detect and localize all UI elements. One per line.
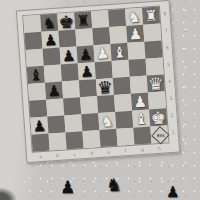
square-g1 (133, 126, 151, 144)
square-b4: ♟ (45, 82, 63, 100)
square-h5 (146, 57, 164, 75)
square-d8: ♜ (74, 11, 92, 29)
square-b8: ♞ (40, 14, 58, 32)
square-h6 (144, 40, 162, 58)
square-f1 (116, 128, 134, 146)
square-e2: ♞ (98, 112, 116, 130)
piece-white-pawn: ♟ (94, 46, 112, 61)
square-c4 (62, 80, 80, 98)
rank-label-5: 5 (164, 56, 172, 73)
rank-label-8: 8 (161, 5, 169, 22)
square-d5: ♟ (78, 62, 96, 80)
square-b2 (47, 115, 65, 133)
square-f6: ♝ (110, 43, 128, 61)
square-e4: ♛ (96, 78, 114, 96)
square-f7 (109, 26, 127, 44)
captured-black-pawn: ♟ (166, 185, 179, 200)
square-b5 (44, 65, 62, 83)
piece-black-pawn: ♟ (45, 84, 63, 99)
square-g2: ♝ (132, 110, 150, 128)
piece-black-king: ♚ (57, 14, 75, 29)
square-a8 (23, 15, 41, 33)
square-e1 (99, 129, 117, 147)
rank-label-6: 6 (163, 39, 171, 56)
piece-black-pawn: ♟ (42, 33, 60, 48)
piece-white-bishop: ♝ (111, 45, 129, 60)
square-c5 (61, 63, 79, 81)
piece-white-knight: ♞ (125, 10, 143, 25)
square-d4 (79, 79, 97, 97)
square-f2 (115, 111, 133, 129)
piece-black-queen: ♛ (96, 80, 114, 95)
shadow-smudge (0, 188, 16, 200)
board-maker-diamond-logo: ♜♛♝ (151, 126, 169, 144)
square-h1: ♜♛♝ (150, 125, 168, 143)
square-g5 (129, 59, 147, 77)
square-e5 (95, 61, 113, 79)
square-a7 (24, 32, 42, 50)
square-f3 (114, 94, 132, 112)
file-label-a: a (32, 153, 49, 161)
square-h7 (143, 24, 161, 42)
square-g6 (127, 42, 145, 60)
file-label-e: e (100, 148, 117, 156)
square-a4 (28, 83, 46, 101)
square-a3 (29, 100, 47, 118)
piece-white-pawn: ♟ (131, 95, 149, 110)
rank-label-3: 3 (167, 90, 175, 107)
piece-black-bishop: ♝ (27, 68, 45, 83)
piece-black-knight: ♞ (40, 16, 58, 31)
square-e7 (92, 27, 110, 45)
piece-white-rook: ♜ (142, 9, 160, 24)
square-a6 (26, 49, 44, 67)
chess-board: ♞♚♜♞♜♟♟♟♟♟♝♝♟♟♛♛♟♟♞♝♚♜♛♝ abcdefgh 876543… (16, 0, 180, 163)
photo-canvas: ♞♚♜♞♜♟♟♟♟♟♝♝♟♟♛♛♟♟♞♝♚♜♛♝ abcdefgh 876543… (0, 0, 200, 200)
rank-label-1: 1 (169, 124, 177, 141)
piece-black-pawn: ♟ (78, 64, 96, 79)
square-h8: ♜ (142, 7, 160, 25)
square-c7 (58, 29, 76, 47)
piece-black-pawn: ♟ (60, 48, 78, 63)
board-grid: ♞♚♜♞♜♟♟♟♟♟♝♝♟♟♛♛♟♟♞♝♚♜♛♝ (22, 6, 169, 153)
file-label-d: d (83, 149, 100, 157)
rank-label-7: 7 (162, 22, 170, 39)
square-c8: ♚ (57, 12, 75, 30)
file-label-b: b (49, 151, 66, 159)
piece-white-pawn: ♟ (126, 27, 144, 42)
square-d3 (80, 96, 98, 114)
piece-white-knight: ♞ (98, 114, 116, 129)
vinyl-board-mat: ♞♚♜♞♜♟♟♟♟♟♝♝♟♟♛♛♟♟♞♝♚♜♛♝ abcdefgh 876543… (16, 0, 180, 163)
file-label-g: g (134, 145, 151, 153)
square-d2 (81, 113, 99, 131)
square-f8 (108, 9, 126, 27)
square-c2 (64, 114, 82, 132)
square-a5: ♝ (27, 66, 45, 84)
square-c3 (63, 97, 81, 115)
square-b3 (46, 98, 64, 116)
piece-black-pawn: ♟ (77, 47, 95, 62)
piece-white-bishop: ♝ (132, 112, 150, 127)
square-g3: ♟ (131, 93, 149, 111)
square-a2: ♟ (30, 117, 48, 135)
square-d7 (75, 28, 93, 46)
square-d1 (82, 130, 100, 148)
square-g4 (130, 76, 148, 94)
file-label-h: h (151, 144, 168, 152)
square-h2: ♚ (149, 108, 167, 126)
square-b7: ♟ (41, 31, 59, 49)
square-d6: ♟ (77, 45, 95, 63)
square-e6: ♟ (93, 44, 111, 62)
rank-label-2: 2 (168, 107, 176, 124)
file-label-f: f (117, 147, 134, 155)
piece-white-king: ♚ (149, 110, 167, 125)
piece-black-pawn: ♟ (31, 119, 49, 134)
square-a1 (32, 134, 50, 152)
square-b1 (49, 132, 67, 150)
rank-label-4: 4 (166, 73, 174, 90)
square-g7: ♟ (126, 25, 144, 43)
square-c6: ♟ (60, 46, 78, 64)
piece-black-rook: ♜ (74, 13, 92, 28)
square-c1 (65, 131, 83, 149)
square-f4 (113, 77, 131, 95)
captured-black-knight: ♞ (106, 176, 122, 194)
square-h4: ♛ (147, 74, 165, 92)
piece-white-queen: ♛ (147, 76, 165, 91)
captured-black-pawn: ♟ (60, 179, 75, 196)
file-label-c: c (66, 150, 83, 158)
square-g8: ♞ (125, 8, 143, 26)
square-e3 (97, 95, 115, 113)
square-h3 (148, 91, 166, 109)
square-b6 (43, 48, 61, 66)
square-e8 (91, 10, 109, 28)
square-f5 (112, 60, 130, 78)
